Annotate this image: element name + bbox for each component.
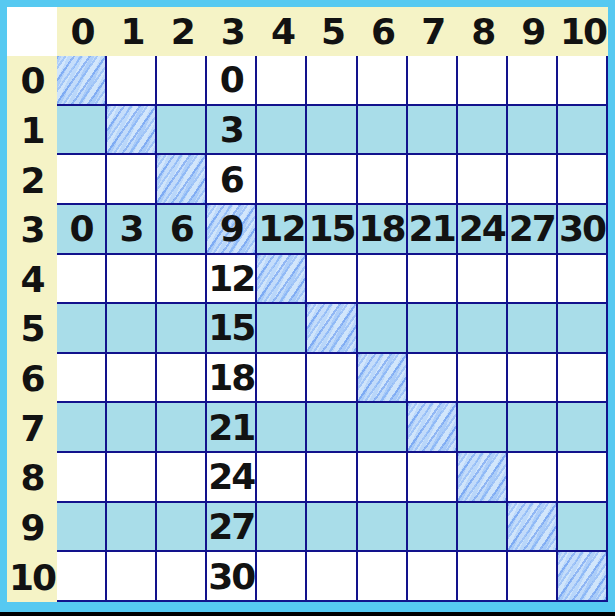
cell-r5c8: [458, 304, 508, 354]
row-header-10: 10: [7, 552, 57, 602]
cell-r7c0: [57, 403, 107, 453]
cell-r10c5: [307, 552, 357, 602]
cell-r1c10: [558, 106, 608, 156]
col-header-3: 3: [207, 7, 257, 56]
cell-r10c10: [558, 552, 608, 602]
cell-r6c2: [157, 354, 207, 404]
cell-r0c6: [358, 56, 408, 106]
cell-r4c6: [358, 255, 408, 305]
cell-r3c1: 3: [107, 205, 157, 255]
cell-r0c8: [458, 56, 508, 106]
cell-r6c6: [358, 354, 408, 404]
cell-r7c8: [458, 403, 508, 453]
cell-r9c3: 27: [207, 503, 257, 553]
cell-r4c2: [157, 255, 207, 305]
cell-r1c8: [458, 106, 508, 156]
cell-r1c2: [157, 106, 207, 156]
cell-r7c6: [358, 403, 408, 453]
row-header-9: 9: [7, 503, 57, 553]
cell-r5c1: [107, 304, 157, 354]
cell-r2c3: 6: [207, 155, 257, 205]
cell-r7c4: [257, 403, 307, 453]
cell-r0c1: [107, 56, 157, 106]
cell-r7c1: [107, 403, 157, 453]
col-header-0: 0: [57, 7, 107, 56]
cell-r10c1: [107, 552, 157, 602]
cell-r3c3: 9: [207, 205, 257, 255]
cell-r0c10: [558, 56, 608, 106]
cell-r3c6: 18: [358, 205, 408, 255]
cell-r8c0: [57, 453, 107, 503]
cell-r4c5: [307, 255, 357, 305]
cell-r3c9: 27: [508, 205, 558, 255]
cell-r5c10: [558, 304, 608, 354]
cell-r6c8: [458, 354, 508, 404]
cell-r3c8: 24: [458, 205, 508, 255]
cell-r2c5: [307, 155, 357, 205]
cell-r2c2: [157, 155, 207, 205]
cell-r2c6: [358, 155, 408, 205]
cell-r5c3: 15: [207, 304, 257, 354]
cell-r5c4: [257, 304, 307, 354]
cell-r10c0: [57, 552, 107, 602]
cell-r9c0: [57, 503, 107, 553]
cell-r6c0: [57, 354, 107, 404]
row-header-6: 6: [7, 354, 57, 404]
row-header-4: 4: [7, 255, 57, 305]
cell-r5c7: [408, 304, 458, 354]
cell-r5c6: [358, 304, 408, 354]
cell-r0c2: [157, 56, 207, 106]
cell-r3c7: 21: [408, 205, 458, 255]
cell-r6c1: [107, 354, 157, 404]
col-header-5: 5: [307, 7, 357, 56]
cell-r1c6: [358, 106, 408, 156]
times-table-board: 0123456789100013263036912151821242730412…: [7, 7, 608, 602]
cell-r10c8: [458, 552, 508, 602]
cell-r3c10: 30: [558, 205, 608, 255]
cell-r8c1: [107, 453, 157, 503]
cell-r2c4: [257, 155, 307, 205]
cell-r8c8: [458, 453, 508, 503]
cell-r1c7: [408, 106, 458, 156]
cyan-frame: 0123456789100013263036912151821242730412…: [0, 0, 615, 612]
cell-r5c9: [508, 304, 558, 354]
cell-r8c2: [157, 453, 207, 503]
cell-r9c2: [157, 503, 207, 553]
cell-r8c10: [558, 453, 608, 503]
cell-r10c4: [257, 552, 307, 602]
cell-r3c0: 0: [57, 205, 107, 255]
cell-r0c4: [257, 56, 307, 106]
cell-r4c0: [57, 255, 107, 305]
cell-r0c7: [408, 56, 458, 106]
cell-r9c5: [307, 503, 357, 553]
row-header-0: 0: [7, 56, 57, 106]
cell-r7c7: [408, 403, 458, 453]
cell-r7c2: [157, 403, 207, 453]
cell-r8c7: [408, 453, 458, 503]
cell-r9c6: [358, 503, 408, 553]
cell-r9c4: [257, 503, 307, 553]
cell-r10c9: [508, 552, 558, 602]
cell-r4c9: [508, 255, 558, 305]
cell-r0c3: 0: [207, 56, 257, 106]
corner-cell: [7, 7, 57, 56]
cell-r10c6: [358, 552, 408, 602]
cell-r9c7: [408, 503, 458, 553]
cell-r3c5: 15: [307, 205, 357, 255]
cell-r2c7: [408, 155, 458, 205]
cell-r9c1: [107, 503, 157, 553]
cell-r0c9: [508, 56, 558, 106]
cell-r6c5: [307, 354, 357, 404]
cell-r0c5: [307, 56, 357, 106]
cell-r2c1: [107, 155, 157, 205]
col-header-10: 10: [558, 7, 608, 56]
cell-r7c9: [508, 403, 558, 453]
cell-r8c3: 24: [207, 453, 257, 503]
cell-r4c1: [107, 255, 157, 305]
col-header-4: 4: [257, 7, 307, 56]
cell-r1c0: [57, 106, 107, 156]
col-header-2: 2: [157, 7, 207, 56]
cell-r4c8: [458, 255, 508, 305]
cell-r4c10: [558, 255, 608, 305]
cell-r5c2: [157, 304, 207, 354]
cell-r4c4: [257, 255, 307, 305]
row-header-7: 7: [7, 403, 57, 453]
cell-r6c4: [257, 354, 307, 404]
cell-r1c1: [107, 106, 157, 156]
cell-r1c4: [257, 106, 307, 156]
cell-r7c10: [558, 403, 608, 453]
cell-r7c3: 21: [207, 403, 257, 453]
cell-r4c7: [408, 255, 458, 305]
col-header-9: 9: [508, 7, 558, 56]
cell-r1c5: [307, 106, 357, 156]
col-header-1: 1: [107, 7, 157, 56]
cell-r9c9: [508, 503, 558, 553]
cell-r10c2: [157, 552, 207, 602]
cell-r5c0: [57, 304, 107, 354]
row-header-8: 8: [7, 453, 57, 503]
cell-r4c3: 12: [207, 255, 257, 305]
row-header-1: 1: [7, 106, 57, 156]
cell-r8c4: [257, 453, 307, 503]
cell-r6c9: [508, 354, 558, 404]
cell-r6c7: [408, 354, 458, 404]
cell-r10c3: 30: [207, 552, 257, 602]
cell-r6c10: [558, 354, 608, 404]
cell-r6c3: 18: [207, 354, 257, 404]
cell-r3c2: 6: [157, 205, 207, 255]
cell-r8c6: [358, 453, 408, 503]
row-header-3: 3: [7, 205, 57, 255]
row-header-2: 2: [7, 155, 57, 205]
worksheet-canvas: 0123456789100013263036912151821242730412…: [0, 0, 615, 616]
cell-r1c3: 3: [207, 106, 257, 156]
cell-r2c9: [508, 155, 558, 205]
cell-r8c9: [508, 453, 558, 503]
cell-r2c0: [57, 155, 107, 205]
col-header-6: 6: [358, 7, 408, 56]
cell-r9c8: [458, 503, 508, 553]
cell-r8c5: [307, 453, 357, 503]
col-header-8: 8: [458, 7, 508, 56]
cell-r2c8: [458, 155, 508, 205]
cell-r7c5: [307, 403, 357, 453]
cell-r3c4: 12: [257, 205, 307, 255]
cell-r5c5: [307, 304, 357, 354]
row-header-5: 5: [7, 304, 57, 354]
cell-r10c7: [408, 552, 458, 602]
cell-r1c9: [508, 106, 558, 156]
cell-r2c10: [558, 155, 608, 205]
col-header-7: 7: [408, 7, 458, 56]
cell-r9c10: [558, 503, 608, 553]
cell-r0c0: [57, 56, 107, 106]
